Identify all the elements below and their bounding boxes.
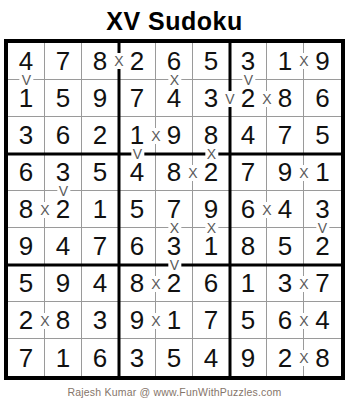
x-sum-marker: X — [205, 146, 218, 162]
x-sum-marker: X — [149, 128, 162, 144]
v-sum-marker: V — [316, 220, 329, 236]
page: XV Sudoku 478265319159743286362198475635… — [0, 0, 349, 400]
v-sum-marker: V — [57, 183, 70, 199]
v-sum-marker: V — [242, 72, 255, 88]
x-sum-marker: X — [168, 220, 181, 236]
x-sum-marker: X — [186, 165, 199, 181]
x-sum-marker: X — [260, 91, 273, 107]
xv-markers-layer: XXVXXXXXXXXXXXXVXVVXVXXVV — [8, 43, 341, 376]
v-sum-marker: V — [168, 257, 181, 273]
footer-credit: Rajesh Kumar @ www.FunWithPuzzles.com — [0, 386, 349, 398]
x-sum-marker: X — [205, 220, 218, 236]
page-title: XV Sudoku — [0, 0, 349, 36]
v-sum-marker: V — [20, 72, 33, 88]
x-sum-marker: X — [297, 276, 310, 292]
v-sum-marker: V — [223, 91, 236, 107]
x-sum-marker: X — [112, 53, 125, 69]
x-sum-marker: X — [297, 165, 310, 181]
x-sum-marker: X — [38, 202, 51, 218]
x-sum-marker: X — [297, 53, 310, 69]
x-sum-marker: X — [297, 313, 310, 329]
x-sum-marker: X — [260, 202, 273, 218]
v-sum-marker: V — [131, 146, 144, 162]
x-sum-marker: X — [297, 350, 310, 366]
x-sum-marker: X — [168, 72, 181, 88]
x-sum-marker: X — [149, 313, 162, 329]
x-sum-marker: X — [38, 313, 51, 329]
x-sum-marker: X — [149, 276, 162, 292]
sudoku-board: 4782653191597432863621984756354827918215… — [4, 39, 345, 380]
